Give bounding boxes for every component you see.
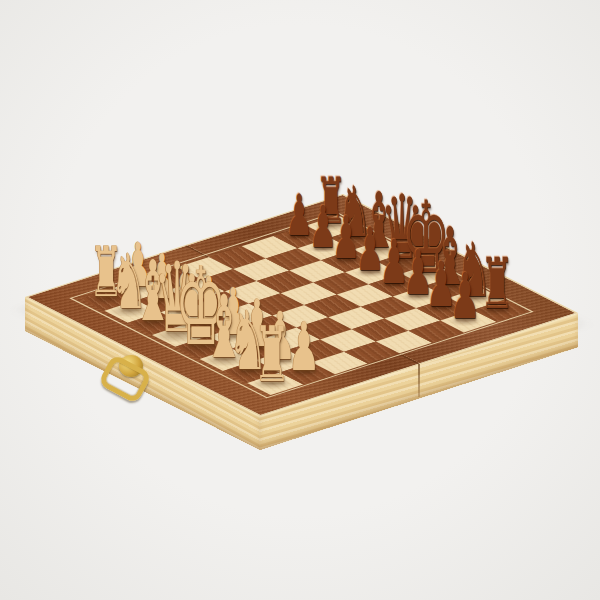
hinge-seam bbox=[418, 364, 420, 397]
piece-black-pawn-h7[interactable]: ♟ bbox=[450, 265, 481, 328]
piece-white-rook-h1[interactable]: ♜ bbox=[254, 316, 291, 392]
product-photo-canvas: ♜♞♝♛♚♝♞♜♟♟♟♟♟♟♟♟♟♟♟♟♟♟♟♟♜♞♝♛♚♝♞♜ bbox=[0, 0, 600, 600]
piece-white-pawn-h2[interactable]: ♟ bbox=[288, 314, 321, 381]
piece-black-rook-h8[interactable]: ♜ bbox=[480, 249, 514, 319]
